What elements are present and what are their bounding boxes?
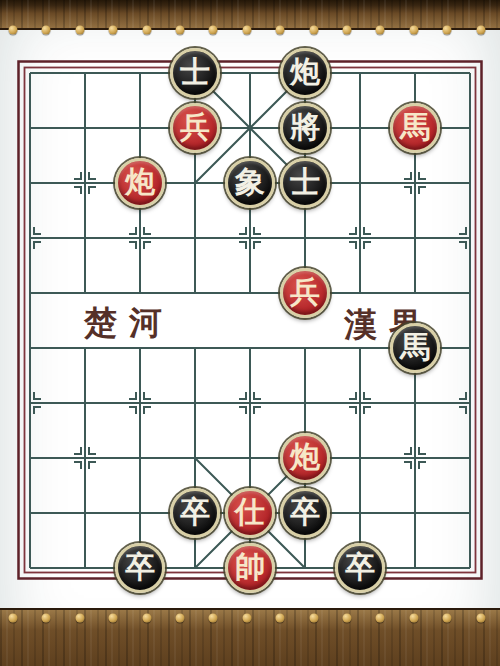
piece-glyph: 卒 [180, 497, 210, 527]
piece-black-soldier-2[interactable]: 卒 [280, 488, 330, 538]
piece-glyph: 馬 [400, 332, 430, 362]
gold-stud-icon [476, 614, 485, 623]
gold-stud-icon [309, 26, 318, 35]
gold-stud-icon [343, 26, 352, 35]
gold-stud-icon [176, 614, 185, 623]
piece-black-advisor-1[interactable]: 士 [170, 48, 220, 98]
piece-red-horse-1[interactable]: 馬 [390, 103, 440, 153]
piece-glyph: 仕 [235, 497, 265, 527]
piece-black-soldier-1[interactable]: 卒 [170, 488, 220, 538]
piece-red-general[interactable]: 帥 [225, 543, 275, 593]
piece-glyph: 炮 [290, 442, 320, 472]
piece-glyph: 象 [235, 167, 265, 197]
gold-stud-icon [42, 614, 51, 623]
gold-stud-icon [276, 614, 285, 623]
gold-stud-icon [42, 26, 51, 35]
gold-stud-icon [75, 26, 84, 35]
pieces-layer: 士炮兵將馬炮象士兵馬炮卒仕卒卒帥卒 [0, 0, 500, 666]
piece-black-soldier-3[interactable]: 卒 [115, 543, 165, 593]
piece-glyph: 炮 [290, 57, 320, 87]
gold-stud-icon [476, 26, 485, 35]
gold-stud-icon [109, 614, 118, 623]
piece-glyph: 卒 [125, 552, 155, 582]
piece-glyph: 將 [290, 112, 320, 142]
piece-glyph: 卒 [290, 497, 320, 527]
piece-glyph: 卒 [345, 552, 375, 582]
gold-stud-icon [376, 26, 385, 35]
piece-glyph: 兵 [290, 277, 320, 307]
gold-stud-icon [343, 614, 352, 623]
gold-stud-icon [209, 614, 218, 623]
gold-stud-icon [176, 26, 185, 35]
gold-stud-icon [142, 26, 151, 35]
gold-stud-icon [443, 26, 452, 35]
gold-stud-icon [409, 614, 418, 623]
gold-stud-icon [75, 614, 84, 623]
gold-stud-icon [443, 614, 452, 623]
gold-stud-icon [142, 614, 151, 623]
piece-black-elephant-1[interactable]: 象 [225, 158, 275, 208]
piece-glyph: 士 [180, 57, 210, 87]
piece-black-soldier-4[interactable]: 卒 [335, 543, 385, 593]
piece-red-soldier-1[interactable]: 兵 [170, 103, 220, 153]
piece-black-cannon-1[interactable]: 炮 [280, 48, 330, 98]
piece-glyph: 馬 [400, 112, 430, 142]
piece-glyph: 炮 [125, 167, 155, 197]
piece-glyph: 帥 [235, 552, 265, 582]
gold-stud-icon [109, 26, 118, 35]
gold-stud-icon [9, 614, 18, 623]
piece-black-general[interactable]: 將 [280, 103, 330, 153]
gold-stud-icon [9, 26, 18, 35]
piece-black-horse-1[interactable]: 馬 [390, 323, 440, 373]
piece-glyph: 兵 [180, 112, 210, 142]
gold-stud-icon [376, 614, 385, 623]
gold-stud-icon [242, 614, 251, 623]
gold-stud-icon [242, 26, 251, 35]
piece-red-cannon-1[interactable]: 炮 [115, 158, 165, 208]
piece-black-advisor-2[interactable]: 士 [280, 158, 330, 208]
gold-stud-icon [409, 26, 418, 35]
piece-glyph: 士 [290, 167, 320, 197]
gold-stud-icon [209, 26, 218, 35]
gold-stud-icon [309, 614, 318, 623]
xiangqi-game-screen: 楚河 漢界 士炮兵將馬炮象士兵馬炮卒仕卒卒帥卒 [0, 0, 500, 666]
piece-red-advisor-1[interactable]: 仕 [225, 488, 275, 538]
gold-stud-icon [276, 26, 285, 35]
piece-red-cannon-2[interactable]: 炮 [280, 433, 330, 483]
piece-red-soldier-2[interactable]: 兵 [280, 268, 330, 318]
